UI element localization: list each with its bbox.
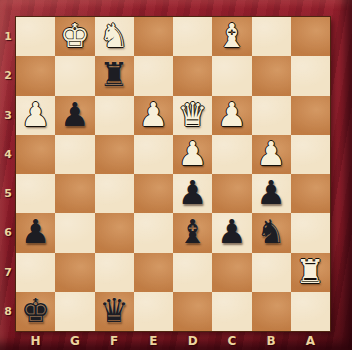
square-c3[interactable]: ♟ xyxy=(212,96,251,135)
square-f7[interactable] xyxy=(95,253,134,292)
square-a2[interactable] xyxy=(291,56,330,95)
square-g4[interactable] xyxy=(55,135,94,174)
square-h7[interactable] xyxy=(16,253,55,292)
square-b7[interactable] xyxy=(252,253,291,292)
square-c7[interactable] xyxy=(212,253,251,292)
square-a7[interactable]: ♜ xyxy=(291,253,330,292)
square-f8[interactable]: ♛ xyxy=(95,292,134,331)
square-f5[interactable] xyxy=(95,174,134,213)
square-g8[interactable] xyxy=(55,292,94,331)
square-g3[interactable]: ♟ xyxy=(55,96,94,135)
square-a1[interactable] xyxy=(291,17,330,56)
file-label-e: E xyxy=(134,331,173,350)
square-e6[interactable] xyxy=(134,213,173,252)
square-c8[interactable] xyxy=(212,292,251,331)
square-b1[interactable] xyxy=(252,17,291,56)
piece-white-queen-d3[interactable]: ♛ xyxy=(178,98,208,131)
piece-black-queen-f8[interactable]: ♛ xyxy=(99,294,129,327)
file-label-h: H xyxy=(16,331,55,350)
square-e1[interactable] xyxy=(134,17,173,56)
square-h2[interactable] xyxy=(16,56,55,95)
square-b8[interactable] xyxy=(252,292,291,331)
piece-white-knight-f1[interactable]: ♞ xyxy=(99,19,129,52)
square-d7[interactable] xyxy=(173,253,212,292)
square-a6[interactable] xyxy=(291,213,330,252)
square-c6[interactable]: ♟ xyxy=(212,213,251,252)
square-h4[interactable] xyxy=(16,135,55,174)
piece-white-pawn-h3[interactable]: ♟ xyxy=(21,98,51,131)
piece-black-king-h8[interactable]: ♚ xyxy=(21,294,51,327)
rank-label-7: 7 xyxy=(0,253,16,292)
square-b4[interactable]: ♟ xyxy=(252,135,291,174)
square-a3[interactable] xyxy=(291,96,330,135)
square-g6[interactable] xyxy=(55,213,94,252)
square-g1[interactable]: ♚ xyxy=(55,17,94,56)
square-b2[interactable] xyxy=(252,56,291,95)
square-g2[interactable] xyxy=(55,56,94,95)
rank-label-5: 5 xyxy=(0,174,16,213)
square-h6[interactable]: ♟ xyxy=(16,213,55,252)
square-c5[interactable] xyxy=(212,174,251,213)
square-d4[interactable]: ♟ xyxy=(173,135,212,174)
piece-black-pawn-h6[interactable]: ♟ xyxy=(21,215,51,248)
square-e2[interactable] xyxy=(134,56,173,95)
square-d8[interactable] xyxy=(173,292,212,331)
square-h3[interactable]: ♟ xyxy=(16,96,55,135)
file-labels: HGFEDCBA xyxy=(16,331,330,350)
square-a8[interactable] xyxy=(291,292,330,331)
square-d6[interactable]: ♝ xyxy=(173,213,212,252)
chessboard-widget: 12345678 ♚♞♝♜♟♟♟♛♟♟♟♟♟♟♝♟♞♜♚♛ HGFEDCBA xyxy=(0,0,352,350)
rank-label-6: 6 xyxy=(0,213,16,252)
piece-white-pawn-e3[interactable]: ♟ xyxy=(139,98,169,131)
square-f3[interactable] xyxy=(95,96,134,135)
square-f1[interactable]: ♞ xyxy=(95,17,134,56)
piece-white-pawn-c3[interactable]: ♟ xyxy=(217,98,247,131)
square-b5[interactable]: ♟ xyxy=(252,174,291,213)
piece-black-pawn-c6[interactable]: ♟ xyxy=(217,215,247,248)
square-e4[interactable] xyxy=(134,135,173,174)
square-e8[interactable] xyxy=(134,292,173,331)
file-label-f: F xyxy=(95,331,134,350)
square-e7[interactable] xyxy=(134,253,173,292)
rank-label-2: 2 xyxy=(0,56,16,95)
piece-white-pawn-b4[interactable]: ♟ xyxy=(256,137,286,170)
piece-black-rook-f2[interactable]: ♜ xyxy=(99,58,129,91)
file-label-c: C xyxy=(212,331,251,350)
square-a5[interactable] xyxy=(291,174,330,213)
square-c4[interactable] xyxy=(212,135,251,174)
square-h1[interactable] xyxy=(16,17,55,56)
square-d3[interactable]: ♛ xyxy=(173,96,212,135)
piece-white-rook-a7[interactable]: ♜ xyxy=(296,255,326,288)
file-label-b: B xyxy=(252,331,291,350)
square-c2[interactable] xyxy=(212,56,251,95)
rank-label-1: 1 xyxy=(0,17,16,56)
square-h8[interactable]: ♚ xyxy=(16,292,55,331)
chess-board: ♚♞♝♜♟♟♟♛♟♟♟♟♟♟♝♟♞♜♚♛ xyxy=(16,17,330,331)
square-f2[interactable]: ♜ xyxy=(95,56,134,95)
square-d2[interactable] xyxy=(173,56,212,95)
square-g7[interactable] xyxy=(55,253,94,292)
piece-black-pawn-b5[interactable]: ♟ xyxy=(256,176,286,209)
rank-label-4: 4 xyxy=(0,135,16,174)
square-b6[interactable]: ♞ xyxy=(252,213,291,252)
square-d5[interactable]: ♟ xyxy=(173,174,212,213)
rank-label-8: 8 xyxy=(0,292,16,331)
file-label-d: D xyxy=(173,331,212,350)
square-b3[interactable] xyxy=(252,96,291,135)
square-a4[interactable] xyxy=(291,135,330,174)
square-c1[interactable]: ♝ xyxy=(212,17,251,56)
file-label-a: A xyxy=(291,331,330,350)
piece-black-bishop-d6[interactable]: ♝ xyxy=(178,215,208,248)
square-h5[interactable] xyxy=(16,174,55,213)
square-e5[interactable] xyxy=(134,174,173,213)
piece-black-pawn-g3[interactable]: ♟ xyxy=(60,98,90,131)
square-g5[interactable] xyxy=(55,174,94,213)
square-f4[interactable] xyxy=(95,135,134,174)
piece-black-knight-b6[interactable]: ♞ xyxy=(256,215,286,248)
rank-label-3: 3 xyxy=(0,96,16,135)
piece-white-bishop-c1[interactable]: ♝ xyxy=(217,19,247,52)
square-f6[interactable] xyxy=(95,213,134,252)
piece-black-pawn-d5[interactable]: ♟ xyxy=(178,176,208,209)
square-d1[interactable] xyxy=(173,17,212,56)
file-label-g: G xyxy=(55,331,94,350)
piece-white-king-g1[interactable]: ♚ xyxy=(60,19,90,52)
piece-white-pawn-d4[interactable]: ♟ xyxy=(178,137,208,170)
rank-labels: 12345678 xyxy=(0,17,16,331)
square-e3[interactable]: ♟ xyxy=(134,96,173,135)
